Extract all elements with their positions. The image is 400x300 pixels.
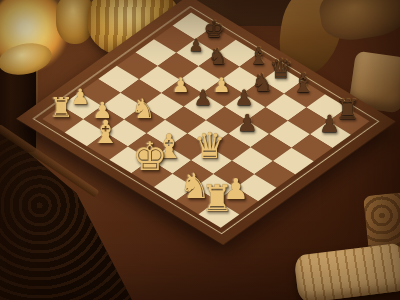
piece-black-P-b7[interactable]: ♟ xyxy=(188,37,203,54)
piece-black-B-d8[interactable]: ♝ xyxy=(248,45,269,69)
piece-white-P-c5[interactable]: ♟ xyxy=(172,75,190,95)
piece-white-P-a2[interactable]: ♟ xyxy=(71,86,90,107)
scene-photo: ♜♟♟♝♞♟♟♚♝♛♞♜♟♚♟♞♝♞♛♝♟♟♟♟♜ xyxy=(0,0,400,300)
piece-white-R-a1[interactable]: ♜ xyxy=(49,94,73,121)
piece-black-P-h7[interactable]: ♟ xyxy=(319,113,340,137)
piece-black-N-e7[interactable]: ♞ xyxy=(251,71,273,96)
piece-black-B-f8[interactable]: ♝ xyxy=(291,70,315,96)
piece-black-P-d5[interactable]: ♟ xyxy=(194,87,213,108)
piece-white-B-c1[interactable]: ♝ xyxy=(92,117,121,149)
piece-white-N-c3[interactable]: ♞ xyxy=(131,95,155,122)
piece-white-P-d6[interactable]: ♟ xyxy=(213,75,231,95)
pieces-layer: ♜♟♟♝♞♟♟♚♝♛♞♜♟♚♟♞♝♞♛♝♟♟♟♟♜ xyxy=(0,0,400,300)
piece-white-R-h1[interactable]: ♜ xyxy=(201,181,234,217)
piece-black-N-c7[interactable]: ♞ xyxy=(208,46,228,68)
piece-black-P-f5[interactable]: ♟ xyxy=(237,112,258,135)
piece-white-Q-f3[interactable]: ♛ xyxy=(194,128,226,164)
piece-black-K-b8[interactable]: ♚ xyxy=(204,18,225,41)
piece-black-P-e6[interactable]: ♟ xyxy=(234,87,253,108)
piece-white-K-e1[interactable]: ♚ xyxy=(132,137,167,176)
